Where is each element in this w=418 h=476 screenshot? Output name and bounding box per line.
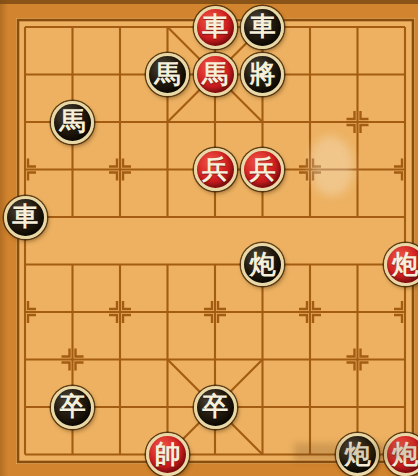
red-soldier-glyph: 兵 [202,156,228,182]
black-chariot-glyph: 車 [250,13,276,39]
red-cannon-glyph: 炮 [392,441,418,467]
black-chariot[interactable]: 車 [4,196,47,239]
black-cannon-glyph: 炮 [345,441,371,467]
black-soldier[interactable]: 卒 [194,386,237,429]
red-cannon[interactable]: 炮 [384,433,418,476]
red-horse[interactable]: 馬 [194,53,237,96]
black-general[interactable]: 將 [241,53,284,96]
red-soldier-glyph: 兵 [250,156,276,182]
red-horse-glyph: 馬 [202,61,228,87]
red-soldier[interactable]: 兵 [241,148,284,191]
black-general-glyph: 將 [250,61,276,87]
red-general-glyph: 帥 [155,441,181,467]
black-cannon[interactable]: 炮 [336,433,379,476]
red-general[interactable]: 帥 [146,433,189,476]
red-chariot-glyph: 車 [202,13,228,39]
xiangqi-board: 車車馬馬將馬兵兵車炮炮卒卒帥炮炮 [0,0,418,476]
black-horse-glyph: 馬 [155,61,181,87]
red-chariot[interactable]: 車 [194,6,237,49]
black-soldier-glyph: 卒 [60,393,86,419]
black-soldier[interactable]: 卒 [51,386,94,429]
black-horse-glyph: 馬 [60,108,86,134]
red-cannon-glyph: 炮 [392,251,418,277]
red-cannon[interactable]: 炮 [384,243,418,286]
pieces-layer: 車車馬馬將馬兵兵車炮炮卒卒帥炮炮 [1,3,418,476]
black-chariot[interactable]: 車 [241,6,284,49]
black-cannon-glyph: 炮 [250,251,276,277]
red-soldier[interactable]: 兵 [194,148,237,191]
black-soldier-glyph: 卒 [202,393,228,419]
black-cannon[interactable]: 炮 [241,243,284,286]
black-horse[interactable]: 馬 [51,101,94,144]
black-chariot-glyph: 車 [12,203,38,229]
black-horse[interactable]: 馬 [146,53,189,96]
